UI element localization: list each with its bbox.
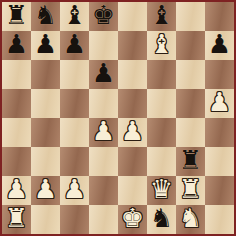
square-d6[interactable]: ♟ <box>89 60 118 89</box>
piece-black-bishop: ♝ <box>150 2 173 30</box>
square-c5[interactable] <box>60 89 89 118</box>
square-b3[interactable] <box>31 147 60 176</box>
piece-white-king: ♚ <box>121 205 144 233</box>
square-h6[interactable] <box>205 60 234 89</box>
square-e7[interactable] <box>118 31 147 60</box>
piece-black-pawn: ♟ <box>208 31 231 59</box>
square-a2[interactable]: ♟ <box>2 176 31 205</box>
square-h1[interactable] <box>205 205 234 234</box>
square-d5[interactable] <box>89 89 118 118</box>
square-d2[interactable] <box>89 176 118 205</box>
piece-black-rook: ♜ <box>179 147 202 175</box>
square-c8[interactable]: ♝ <box>60 2 89 31</box>
square-h7[interactable]: ♟ <box>205 31 234 60</box>
square-f8[interactable]: ♝ <box>147 2 176 31</box>
piece-white-pawn: ♟ <box>34 176 57 204</box>
piece-white-knight: ♞ <box>179 205 202 233</box>
square-a5[interactable] <box>2 89 31 118</box>
chess-board-frame: ♜♞♝♚♝♟♟♟♝♟♟♟♟♟♜♟♟♟♛♜♜♚♞♞ <box>0 0 236 236</box>
square-g4[interactable] <box>176 118 205 147</box>
square-h5[interactable]: ♟ <box>205 89 234 118</box>
piece-white-queen: ♛ <box>150 176 173 204</box>
square-h3[interactable] <box>205 147 234 176</box>
piece-black-pawn: ♟ <box>5 31 28 59</box>
piece-white-rook: ♜ <box>179 176 202 204</box>
piece-white-pawn: ♟ <box>208 89 231 117</box>
square-g3[interactable]: ♜ <box>176 147 205 176</box>
square-c1[interactable] <box>60 205 89 234</box>
square-h8[interactable] <box>205 2 234 31</box>
square-c6[interactable] <box>60 60 89 89</box>
square-c3[interactable] <box>60 147 89 176</box>
piece-white-pawn: ♟ <box>5 176 28 204</box>
square-a7[interactable]: ♟ <box>2 31 31 60</box>
square-e3[interactable] <box>118 147 147 176</box>
square-e1[interactable]: ♚ <box>118 205 147 234</box>
square-d4[interactable]: ♟ <box>89 118 118 147</box>
square-a1[interactable]: ♜ <box>2 205 31 234</box>
square-e5[interactable] <box>118 89 147 118</box>
square-b6[interactable] <box>31 60 60 89</box>
piece-black-king: ♚ <box>92 2 115 30</box>
square-a4[interactable] <box>2 118 31 147</box>
square-f1[interactable]: ♞ <box>147 205 176 234</box>
square-g2[interactable]: ♜ <box>176 176 205 205</box>
piece-white-rook: ♜ <box>5 205 28 233</box>
square-h2[interactable] <box>205 176 234 205</box>
square-e2[interactable] <box>118 176 147 205</box>
square-b1[interactable] <box>31 205 60 234</box>
square-a3[interactable] <box>2 147 31 176</box>
square-f5[interactable] <box>147 89 176 118</box>
square-g1[interactable]: ♞ <box>176 205 205 234</box>
square-e4[interactable]: ♟ <box>118 118 147 147</box>
square-g8[interactable] <box>176 2 205 31</box>
square-c4[interactable] <box>60 118 89 147</box>
square-b7[interactable]: ♟ <box>31 31 60 60</box>
piece-white-bishop: ♝ <box>150 31 173 59</box>
square-b5[interactable] <box>31 89 60 118</box>
square-b2[interactable]: ♟ <box>31 176 60 205</box>
square-f2[interactable]: ♛ <box>147 176 176 205</box>
square-c2[interactable]: ♟ <box>60 176 89 205</box>
piece-black-pawn: ♟ <box>34 31 57 59</box>
square-c7[interactable]: ♟ <box>60 31 89 60</box>
square-b8[interactable]: ♞ <box>31 2 60 31</box>
square-d3[interactable] <box>89 147 118 176</box>
piece-black-bishop: ♝ <box>63 2 86 30</box>
piece-black-knight: ♞ <box>34 2 57 30</box>
piece-black-pawn: ♟ <box>92 60 115 88</box>
square-h4[interactable] <box>205 118 234 147</box>
square-e8[interactable] <box>118 2 147 31</box>
square-g5[interactable] <box>176 89 205 118</box>
square-f4[interactable] <box>147 118 176 147</box>
piece-white-pawn: ♟ <box>121 118 144 146</box>
square-f6[interactable] <box>147 60 176 89</box>
piece-black-pawn: ♟ <box>63 31 86 59</box>
square-e6[interactable] <box>118 60 147 89</box>
piece-black-knight: ♞ <box>150 205 173 233</box>
square-f3[interactable] <box>147 147 176 176</box>
square-a8[interactable]: ♜ <box>2 2 31 31</box>
square-g6[interactable] <box>176 60 205 89</box>
square-f7[interactable]: ♝ <box>147 31 176 60</box>
square-a6[interactable] <box>2 60 31 89</box>
piece-white-pawn: ♟ <box>92 118 115 146</box>
piece-black-rook: ♜ <box>5 2 28 30</box>
square-d7[interactable] <box>89 31 118 60</box>
chess-board: ♜♞♝♚♝♟♟♟♝♟♟♟♟♟♜♟♟♟♛♜♜♚♞♞ <box>2 2 234 234</box>
square-d8[interactable]: ♚ <box>89 2 118 31</box>
square-d1[interactable] <box>89 205 118 234</box>
square-g7[interactable] <box>176 31 205 60</box>
piece-white-pawn: ♟ <box>63 176 86 204</box>
square-b4[interactable] <box>31 118 60 147</box>
